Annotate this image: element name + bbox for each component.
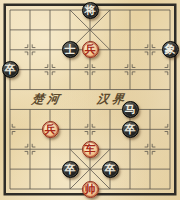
piece-black-elephant[interactable]: 象 (162, 41, 179, 58)
xiangqi-board: 楚河 汉界 将士兵象卒马兵卒车卒卒帅 (0, 0, 180, 200)
piece-black-soldier[interactable]: 卒 (2, 61, 19, 78)
river-label-chu-he: 楚河 (31, 91, 63, 107)
board-grid (0, 0, 180, 200)
piece-red-chariot[interactable]: 车 (82, 141, 99, 158)
piece-black-soldier[interactable]: 卒 (122, 121, 139, 138)
piece-black-horse[interactable]: 马 (122, 101, 139, 118)
piece-red-soldier[interactable]: 兵 (42, 121, 59, 138)
piece-red-soldier[interactable]: 兵 (82, 41, 99, 58)
piece-black-soldier[interactable]: 卒 (62, 161, 79, 178)
piece-red-general[interactable]: 帅 (82, 181, 99, 198)
piece-black-soldier[interactable]: 卒 (102, 161, 119, 178)
piece-black-advisor[interactable]: 士 (62, 41, 79, 58)
piece-black-general[interactable]: 将 (82, 2, 99, 19)
